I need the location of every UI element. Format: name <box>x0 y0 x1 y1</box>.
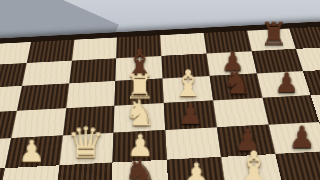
square-b7 <box>22 61 72 86</box>
square-g8: ♜ <box>247 28 297 51</box>
square-e4 <box>165 127 221 159</box>
square-f8 <box>203 31 251 54</box>
square-f3: ♝ <box>221 154 282 180</box>
square-c3 <box>55 163 113 180</box>
square-e5: ♟ <box>164 100 217 130</box>
square-b4: ♟ <box>5 135 63 168</box>
square-e3: ♟ <box>167 157 226 180</box>
square-d7: ♝ <box>116 56 163 81</box>
square-g4: ♟ <box>268 122 320 154</box>
square-g7 <box>251 49 303 74</box>
white-pawn-piece: ♟ <box>126 131 153 161</box>
square-e8 <box>160 33 206 56</box>
black-pawn-piece: ♟ <box>234 125 261 155</box>
square-d6: ♜ <box>115 78 164 105</box>
black-pawn-piece: ♟ <box>178 100 204 129</box>
black-pawn-piece: ♟ <box>288 122 315 152</box>
black-pawn-piece: ♟ <box>274 69 299 97</box>
square-d8 <box>116 35 161 58</box>
square-c6 <box>66 81 116 108</box>
square-e7 <box>161 54 209 79</box>
white-pawn-piece: ♟ <box>18 136 45 166</box>
square-b6 <box>17 83 69 110</box>
square-g5 <box>262 95 320 124</box>
white-pawn-piece: ♟ <box>183 159 212 180</box>
square-g6: ♟ <box>256 71 311 98</box>
board-scene: ♜♝♟♜♝♞♟♞♟♚♟♛♟♟♟♟♞♟♝♚♜♟♝♞♟ <box>0 30 320 180</box>
square-f5 <box>213 98 268 127</box>
square-f6: ♞ <box>209 74 261 101</box>
square-f7: ♟ <box>206 51 256 76</box>
photo-backdrop: ♜♝♟♜♝♞♟♞♟♚♟♛♟♟♟♟♞♟♝♚♜♟♝♞♟ <box>0 0 320 180</box>
square-b3 <box>0 165 59 180</box>
square-e6: ♝ <box>163 76 213 103</box>
chess-board: ♜♝♟♜♝♞♟♞♟♚♟♛♟♟♟♟♞♟♝♚♜♟♝♞♟ <box>0 21 320 180</box>
square-f4: ♟ <box>217 125 275 157</box>
black-pawn-piece: ♟ <box>221 48 245 74</box>
square-h8 <box>290 26 320 49</box>
square-d3: ♞ <box>112 160 169 180</box>
square-d5: ♞ <box>114 103 165 133</box>
square-c8 <box>71 37 117 60</box>
square-c7 <box>69 58 117 83</box>
square-c5 <box>62 106 114 136</box>
black-rook-piece: ♜ <box>260 18 288 50</box>
square-b5 <box>11 108 66 138</box>
square-d4: ♟ <box>113 130 167 162</box>
square-g3 <box>275 151 320 180</box>
square-c4: ♛ <box>59 133 114 166</box>
square-h7 <box>296 47 320 72</box>
square-b8 <box>26 40 73 63</box>
